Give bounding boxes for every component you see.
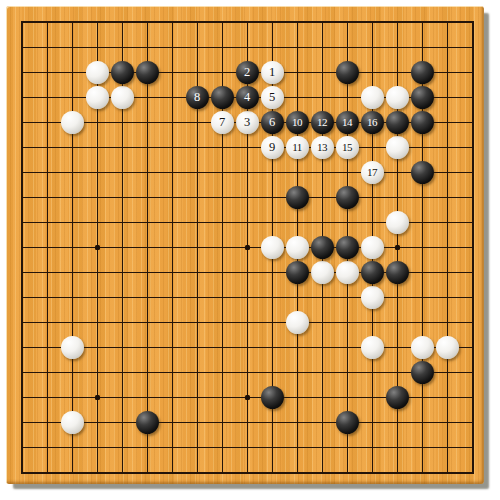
move-number: 5 <box>269 90 275 103</box>
white-stone[interactable]: 1 <box>261 61 284 84</box>
black-stone[interactable] <box>411 161 434 184</box>
black-stone[interactable]: 6 <box>261 111 284 134</box>
black-stone[interactable] <box>411 111 434 134</box>
go-diagram: 1234567891011121314151617 <box>0 0 500 500</box>
white-stone[interactable] <box>361 86 384 109</box>
move-number: 13 <box>317 141 327 152</box>
black-stone[interactable] <box>111 61 134 84</box>
white-stone[interactable]: 15 <box>336 136 359 159</box>
move-number: 14 <box>342 116 352 127</box>
black-stone[interactable] <box>336 61 359 84</box>
move-number: 6 <box>269 115 275 128</box>
black-stone[interactable] <box>411 86 434 109</box>
black-stone[interactable] <box>386 386 409 409</box>
move-number: 9 <box>269 140 275 153</box>
white-stone[interactable]: 7 <box>211 111 234 134</box>
move-number: 8 <box>194 90 200 103</box>
move-number: 16 <box>367 116 377 127</box>
black-stone[interactable] <box>411 361 434 384</box>
white-stone[interactable] <box>336 261 359 284</box>
white-stone[interactable] <box>61 111 84 134</box>
white-stone[interactable] <box>361 336 384 359</box>
white-stone[interactable] <box>361 236 384 259</box>
move-number: 4 <box>244 90 250 103</box>
black-stone[interactable]: 8 <box>186 86 209 109</box>
white-stone[interactable] <box>111 86 134 109</box>
white-stone[interactable] <box>386 86 409 109</box>
move-number: 11 <box>292 141 302 152</box>
white-stone[interactable]: 11 <box>286 136 309 159</box>
black-stone[interactable] <box>211 86 234 109</box>
white-stone[interactable] <box>361 286 384 309</box>
move-number: 3 <box>244 115 250 128</box>
black-stone[interactable]: 4 <box>236 86 259 109</box>
white-stone[interactable] <box>286 311 309 334</box>
white-stone[interactable] <box>86 61 109 84</box>
white-stone[interactable] <box>311 261 334 284</box>
move-number: 15 <box>342 141 352 152</box>
move-number: 17 <box>367 166 377 177</box>
black-stone[interactable] <box>361 261 384 284</box>
black-stone[interactable]: 2 <box>236 61 259 84</box>
black-stone[interactable] <box>386 111 409 134</box>
white-stone[interactable] <box>386 211 409 234</box>
black-stone[interactable] <box>411 61 434 84</box>
black-stone[interactable] <box>286 186 309 209</box>
white-stone[interactable] <box>61 336 84 359</box>
go-board[interactable]: 1234567891011121314151617 <box>6 6 484 484</box>
white-stone[interactable] <box>86 86 109 109</box>
black-stone[interactable] <box>136 61 159 84</box>
black-stone[interactable]: 14 <box>336 111 359 134</box>
stones-layer: 1234567891011121314151617 <box>10 10 485 485</box>
black-stone[interactable] <box>286 261 309 284</box>
move-number: 7 <box>219 115 225 128</box>
white-stone[interactable] <box>436 336 459 359</box>
black-stone[interactable] <box>336 236 359 259</box>
white-stone[interactable]: 17 <box>361 161 384 184</box>
white-stone[interactable]: 9 <box>261 136 284 159</box>
white-stone[interactable]: 13 <box>311 136 334 159</box>
black-stone[interactable] <box>336 186 359 209</box>
black-stone[interactable]: 12 <box>311 111 334 134</box>
white-stone[interactable] <box>61 411 84 434</box>
white-stone[interactable]: 5 <box>261 86 284 109</box>
white-stone[interactable] <box>411 336 434 359</box>
white-stone[interactable]: 3 <box>236 111 259 134</box>
white-stone[interactable] <box>261 236 284 259</box>
black-stone[interactable] <box>136 411 159 434</box>
black-stone[interactable] <box>386 261 409 284</box>
black-stone[interactable] <box>311 236 334 259</box>
move-number: 12 <box>317 116 327 127</box>
black-stone[interactable]: 16 <box>361 111 384 134</box>
black-stone[interactable] <box>336 411 359 434</box>
black-stone[interactable]: 10 <box>286 111 309 134</box>
white-stone[interactable] <box>386 136 409 159</box>
move-number: 10 <box>292 116 302 127</box>
move-number: 1 <box>269 65 275 78</box>
black-stone[interactable] <box>261 386 284 409</box>
move-number: 2 <box>244 65 250 78</box>
white-stone[interactable] <box>286 236 309 259</box>
